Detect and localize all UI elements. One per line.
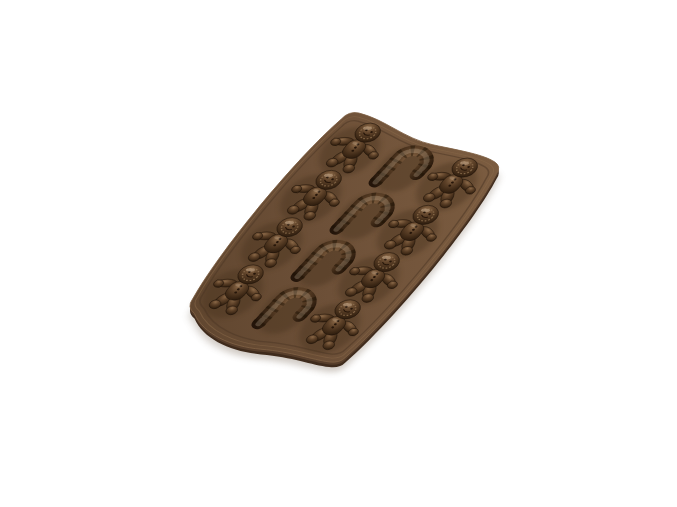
chocolate-mold — [177, 105, 510, 370]
product-photo — [0, 0, 677, 507]
